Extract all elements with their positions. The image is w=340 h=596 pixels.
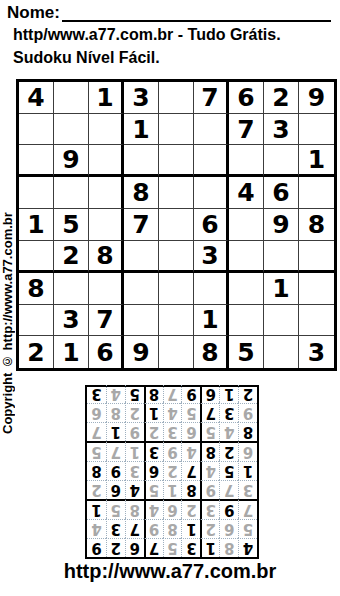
solution-cell-r1c4: 3 [181,538,200,557]
puzzle-cell-r5c3 [89,209,124,241]
puzzle-cell-r7c2 [54,273,89,305]
puzzle-cell-r9c6: 8 [194,336,229,368]
puzzle-cell-r5c4: 7 [124,209,159,241]
puzzle-cell-r7c1: 8 [19,273,54,305]
solution-cell-r8c9: 6 [87,403,106,422]
puzzle-cell-r2c7: 7 [229,114,264,146]
puzzle-cell-r7c9 [299,273,334,305]
puzzle-cell-r6c7 [229,241,264,273]
solution-cell-r2c2: 6 [219,519,238,538]
puzzle-cell-r3c5 [159,145,194,177]
solution-cell-r7c7: 9 [125,422,144,441]
solution-cell-r4c6: 5 [144,480,163,499]
puzzle-cell-r9c9: 3 [299,336,334,368]
solution-cell-r1c5: 5 [163,538,182,557]
name-blank-line [62,3,331,22]
puzzle-cell-r4c6 [194,177,229,209]
footer-url: http://www.a77.com.br [0,560,340,583]
solution-cell-r9c8: 4 [106,385,125,403]
puzzle-cell-r2c6 [194,114,229,146]
solution-cell-r3c1: 7 [238,499,257,519]
solution-cell-r7c3: 5 [200,422,219,441]
solution-cell-r4c1: 3 [238,480,257,499]
solution-cell-r9c6: 8 [144,385,163,403]
solution-cell-r2c7: 7 [125,519,144,538]
puzzle-cell-r3c6 [194,145,229,177]
puzzle-cell-r1c1: 4 [19,82,54,114]
solution-cell-r4c8: 6 [106,480,125,499]
solution-cell-r3c4: 2 [181,499,200,519]
solution-cell-r9c5: 7 [163,385,182,403]
puzzle-cell-r6c9 [299,241,334,273]
solution-cell-r1c1: 4 [238,538,257,557]
puzzle-cell-r2c8: 3 [264,114,299,146]
puzzle-cell-r8c9 [299,305,334,337]
puzzle-cell-r7c3 [89,273,124,305]
puzzle-cell-r2c5 [159,114,194,146]
solution-cell-r5c6: 6 [144,461,163,480]
puzzle-cell-r4c9 [299,177,334,209]
puzzle-cell-r3c8 [264,145,299,177]
puzzle-cell-r6c8 [264,241,299,273]
puzzle-cell-r4c4: 8 [124,177,159,209]
solution-cell-r4c2: 7 [219,480,238,499]
solution-cell-r2c4: 1 [181,519,200,538]
puzzle-cell-r2c4: 1 [124,114,159,146]
solution-cell-r5c3: 4 [200,461,219,480]
puzzle-cell-r2c3 [89,114,124,146]
puzzle-cell-r3c4 [124,145,159,177]
puzzle-cell-r4c5 [159,177,194,209]
solution-cell-r6c2: 2 [219,441,238,461]
puzzle-cell-r1c3: 1 [89,82,124,114]
puzzle-cell-r6c3: 8 [89,241,124,273]
puzzle-cell-r3c7 [229,145,264,177]
solution-cell-r8c2: 3 [219,403,238,422]
solution-cell-r8c1: 9 [238,403,257,422]
puzzle-cell-r8c2: 3 [54,305,89,337]
solution-cell-r3c7: 8 [125,499,144,519]
solution-cell-r5c8: 9 [106,461,125,480]
puzzle-cell-r4c2 [54,177,89,209]
puzzle-cell-r5c7 [229,209,264,241]
solution-cell-r8c5: 4 [163,403,182,422]
solution-cell-r3c8: 5 [106,499,125,519]
solution-cell-r6c4: 4 [181,441,200,461]
solution-cell-r7c9: 7 [87,422,106,441]
solution-cell-r4c5: 1 [163,480,182,499]
puzzle-cell-r6c1 [19,241,54,273]
puzzle-cell-r3c2: 9 [54,145,89,177]
solution-cell-r9c1: 2 [238,385,257,403]
solution-cell-r3c2: 9 [219,499,238,519]
solution-cell-r3c3: 3 [200,499,219,519]
puzzle-cell-r4c7: 4 [229,177,264,209]
puzzle-cell-r8c6: 1 [194,305,229,337]
solution-cell-r2c5: 8 [163,519,182,538]
name-row: Nome: [7,3,331,22]
solution-cell-r1c9: 9 [87,538,106,557]
solution-cell-r8c8: 8 [106,403,125,422]
puzzle-cell-r8c3: 7 [89,305,124,337]
puzzle-cell-r5c5 [159,209,194,241]
puzzle-cell-r7c4 [124,273,159,305]
puzzle-cell-r1c5 [159,82,194,114]
solution-cell-r6c7: 1 [125,441,144,461]
sudoku-worksheet-page: Nome: http/www.a77.com.br - Tudo Grátis.… [0,0,340,596]
puzzle-level-title: Sudoku Nível Fácil. [13,48,332,68]
solution-cell-r9c9: 3 [87,385,106,403]
puzzle-cell-r6c2: 2 [54,241,89,273]
puzzle-cell-r4c3 [89,177,124,209]
solution-cell-r8c6: 1 [144,403,163,422]
puzzle-cell-r8c7 [229,305,264,337]
puzzle-cell-r7c6 [194,273,229,305]
solution-cell-r1c7: 6 [125,538,144,557]
puzzle-cell-r5c9: 8 [299,209,334,241]
puzzle-cell-r4c1 [19,177,54,209]
solution-cell-r3c6: 4 [144,499,163,519]
copyright-vertical-text: Copyright © http://www.a77.com.br [0,86,16,434]
puzzle-cell-r9c8 [264,336,299,368]
solution-cell-r5c1: 1 [238,461,257,480]
puzzle-cell-r2c2 [54,114,89,146]
solution-cell-r7c6: 2 [144,422,163,441]
puzzle-cell-r6c6: 3 [194,241,229,273]
puzzle-cell-r1c2 [54,82,89,114]
puzzle-cell-r5c8: 9 [264,209,299,241]
solution-cell-r2c3: 2 [200,519,219,538]
solution-cell-r2c6: 9 [144,519,163,538]
puzzle-cell-r5c2: 5 [54,209,89,241]
puzzle-cell-r7c8: 1 [264,273,299,305]
solution-cell-r2c1: 5 [238,519,257,538]
puzzle-cell-r1c4: 3 [124,82,159,114]
solution-cell-r1c6: 7 [144,538,163,557]
solution-cell-r9c4: 9 [181,385,200,403]
solution-cell-r3c9: 1 [87,499,106,519]
puzzle-cell-r3c3 [89,145,124,177]
solution-cell-r6c9: 5 [87,441,106,461]
solution-cell-r8c7: 2 [125,403,144,422]
site-header: http/www.a77.com.br - Tudo Grátis. [13,25,332,45]
puzzle-cell-r2c9 [299,114,334,146]
solution-cell-r1c8: 2 [106,538,125,557]
solution-cell-r7c2: 4 [219,422,238,441]
sudoku-puzzle-grid: 413762917391846157698283813712169853 [16,79,337,371]
puzzle-cell-r4c8: 6 [264,177,299,209]
puzzle-cell-r1c8: 2 [264,82,299,114]
puzzle-cell-r2c1 [19,114,54,146]
solution-cell-r6c1: 6 [238,441,257,461]
solution-cell-r1c3: 1 [200,538,219,557]
solution-cell-r6c5: 9 [163,441,182,461]
puzzle-cell-r1c9: 9 [299,82,334,114]
solution-cell-r6c8: 7 [106,441,125,461]
solution-cell-r9c3: 6 [200,385,219,403]
name-label: Nome: [7,3,60,22]
puzzle-cell-r9c4: 9 [124,336,159,368]
solution-cell-r8c3: 7 [200,403,219,422]
solution-cell-r7c4: 6 [181,422,200,441]
solution-cell-r5c9: 8 [87,461,106,480]
solution-cell-r8c4: 5 [181,403,200,422]
puzzle-cell-r8c1 [19,305,54,337]
solution-cell-r5c2: 5 [219,461,238,480]
solution-cell-r4c9: 2 [87,480,106,499]
puzzle-cell-r7c5 [159,273,194,305]
puzzle-cell-r1c6: 7 [194,82,229,114]
puzzle-cell-r6c5 [159,241,194,273]
puzzle-cell-r8c4 [124,305,159,337]
solution-cell-r6c3: 8 [200,441,219,461]
solution-cell-r3c5: 6 [163,499,182,519]
puzzle-cell-r9c7: 5 [229,336,264,368]
solution-cell-r4c4: 8 [181,480,200,499]
solution-cell-r9c7: 5 [125,385,144,403]
puzzle-cell-r7c7 [229,273,264,305]
solution-cell-r4c7: 4 [125,480,144,499]
sudoku-solution-grid-rotated: 4813576295621897347932648513798154621547… [85,385,259,559]
solution-cell-r7c1: 8 [238,422,257,441]
solution-cell-r6c6: 3 [144,441,163,461]
solution-cell-r7c8: 1 [106,422,125,441]
puzzle-cell-r9c2: 1 [54,336,89,368]
puzzle-cell-r1c7: 6 [229,82,264,114]
solution-cell-r2c8: 3 [106,519,125,538]
solution-cell-r1c2: 8 [219,538,238,557]
solution-cell-r9c2: 1 [219,385,238,403]
puzzle-cell-r8c8 [264,305,299,337]
solution-cell-r5c4: 7 [181,461,200,480]
puzzle-cell-r9c5 [159,336,194,368]
solution-cell-r2c9: 4 [87,519,106,538]
solution-cell-r4c3: 9 [200,480,219,499]
solution-cell-r5c7: 3 [125,461,144,480]
solution-cell-r5c5: 2 [163,461,182,480]
puzzle-cell-r8c5 [159,305,194,337]
puzzle-cell-r6c4 [124,241,159,273]
puzzle-cell-r3c1 [19,145,54,177]
solution-cell-r7c5: 3 [163,422,182,441]
puzzle-cell-r3c9: 1 [299,145,334,177]
puzzle-cell-r9c3: 6 [89,336,124,368]
puzzle-cell-r5c1: 1 [19,209,54,241]
puzzle-cell-r5c6: 6 [194,209,229,241]
puzzle-cell-r9c1: 2 [19,336,54,368]
